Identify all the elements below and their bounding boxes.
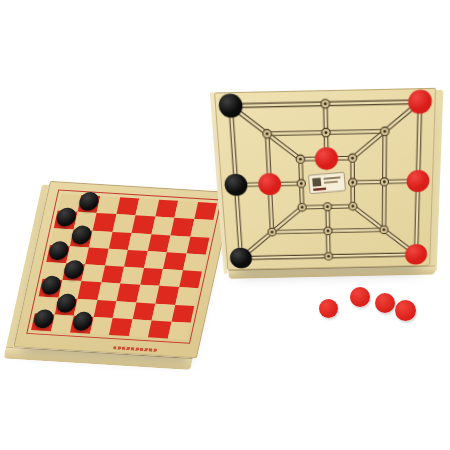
morris-piece-black-outer-w[interactable] (224, 174, 248, 197)
checkers-square-h6[interactable] (186, 236, 209, 254)
checkers-square-h7[interactable] (190, 219, 213, 237)
checkers-square-h3[interactable] (175, 287, 198, 305)
morris-board-face (214, 88, 436, 270)
brand-sticker (308, 172, 345, 193)
morris-board-diagram (215, 89, 435, 269)
checkers-square-h2[interactable] (171, 304, 194, 322)
checkers-grid (31, 194, 217, 340)
loose-red-piece-3[interactable] (375, 293, 395, 313)
loose-red-piece-1[interactable] (319, 299, 338, 318)
checkers-board-face (13, 181, 233, 358)
loose-red-piece-2[interactable] (350, 287, 370, 307)
checkers-play-area (26, 190, 222, 344)
checkers-square-h4[interactable] (179, 270, 202, 288)
morris-board (214, 88, 436, 270)
morris-piece-red-inner-n[interactable] (315, 147, 339, 170)
morris-piece-red-outer-ne[interactable] (408, 89, 432, 114)
checkers-square-h8[interactable] (194, 202, 217, 220)
sticker-logo-icon (312, 178, 321, 187)
product-photo-scene: Wooden 2-in-1 board game set: checkers a… (0, 0, 450, 450)
morris-piece-red-outer-e[interactable] (406, 170, 429, 193)
checkers-square-h5[interactable] (182, 253, 205, 271)
checkers-board (13, 181, 233, 358)
loose-red-piece-4[interactable] (395, 300, 416, 321)
board-print-mark (113, 346, 158, 352)
morris-piece-red-middle-w[interactable] (258, 173, 282, 196)
checkers-square-h1[interactable] (167, 321, 190, 339)
